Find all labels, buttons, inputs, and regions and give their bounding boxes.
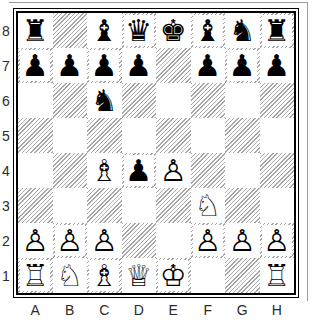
square-b7[interactable]: ♟ [53, 48, 88, 83]
square-f8[interactable]: ♝ [191, 13, 226, 48]
piece-black-rook: ♜ [20, 15, 50, 46]
square-c5[interactable] [87, 118, 122, 153]
square-d7[interactable]: ♟ [122, 48, 157, 83]
piece-white-bishop: ♗ [89, 260, 119, 291]
piece-black-pawn: ♟ [20, 50, 50, 81]
piece-white-king: ♔ [158, 260, 188, 291]
board-inner-border: ♜♝♛♚♝♞♜♟♟♟♟♟♟♟♞♗♟♙♘♙♙♙♙♙♙♖♘♗♕♔♖ [16, 11, 296, 295]
square-e7[interactable] [156, 48, 191, 83]
chess-diagram: 87654321 ♜♝♛♚♝♞♜♟♟♟♟♟♟♟♞♗♟♙♘♙♙♙♙♙♙♖♘♗♕♔♖… [0, 0, 314, 320]
piece-white-knight: ♘ [193, 190, 223, 221]
square-c2[interactable]: ♙ [87, 223, 122, 258]
square-g7[interactable]: ♟ [225, 48, 260, 83]
square-g2[interactable]: ♙ [225, 223, 260, 258]
file-label-e: E [156, 301, 191, 319]
piece-white-pawn: ♙ [262, 225, 292, 256]
square-b1[interactable]: ♘ [53, 258, 88, 293]
square-e2[interactable] [156, 223, 191, 258]
file-labels: ABCDEFGH [18, 301, 294, 319]
piece-black-pawn: ♟ [193, 50, 223, 81]
rank-label-5: 5 [0, 118, 12, 153]
piece-white-queen: ♕ [124, 260, 154, 291]
piece-black-pawn: ♟ [124, 155, 154, 186]
square-f5[interactable] [191, 118, 226, 153]
square-b6[interactable] [53, 83, 88, 118]
piece-black-pawn: ♟ [124, 50, 154, 81]
square-h5[interactable] [260, 118, 295, 153]
rank-label-6: 6 [0, 83, 12, 118]
rank-label-1: 1 [0, 258, 12, 293]
square-d4[interactable]: ♟ [122, 153, 157, 188]
square-a6[interactable] [18, 83, 53, 118]
board-grid: ♜♝♛♚♝♞♜♟♟♟♟♟♟♟♞♗♟♙♘♙♙♙♙♙♙♖♘♗♕♔♖ [18, 13, 294, 293]
rank-label-2: 2 [0, 223, 12, 258]
file-label-f: F [191, 301, 226, 319]
square-f4[interactable] [191, 153, 226, 188]
rank-label-8: 8 [0, 13, 12, 48]
square-h7[interactable]: ♟ [260, 48, 295, 83]
piece-black-rook: ♜ [262, 15, 292, 46]
square-d8[interactable]: ♛ [122, 13, 157, 48]
piece-black-pawn: ♟ [227, 50, 257, 81]
square-h8[interactable]: ♜ [260, 13, 295, 48]
piece-white-pawn: ♙ [158, 155, 188, 186]
square-h1[interactable]: ♖ [260, 258, 295, 293]
piece-white-bishop: ♗ [89, 155, 119, 186]
piece-white-rook: ♖ [20, 260, 50, 291]
square-a1[interactable]: ♖ [18, 258, 53, 293]
square-f6[interactable] [191, 83, 226, 118]
square-e6[interactable] [156, 83, 191, 118]
square-f3[interactable]: ♘ [191, 188, 226, 223]
piece-white-rook: ♖ [262, 260, 292, 291]
piece-black-king: ♚ [158, 15, 188, 46]
square-b4[interactable] [53, 153, 88, 188]
rank-labels: 87654321 [0, 13, 12, 293]
square-c8[interactable]: ♝ [87, 13, 122, 48]
square-e5[interactable] [156, 118, 191, 153]
square-h3[interactable] [260, 188, 295, 223]
piece-black-bishop: ♝ [193, 15, 223, 46]
square-d1[interactable]: ♕ [122, 258, 157, 293]
square-g3[interactable] [225, 188, 260, 223]
square-c3[interactable] [87, 188, 122, 223]
square-d2[interactable] [122, 223, 157, 258]
square-c6[interactable]: ♞ [87, 83, 122, 118]
board-frame: ♜♝♛♚♝♞♜♟♟♟♟♟♟♟♞♗♟♙♘♙♙♙♙♙♙♖♘♗♕♔♖ [13, 8, 299, 298]
square-b8[interactable] [53, 13, 88, 48]
rank-label-4: 4 [0, 153, 12, 188]
square-e1[interactable]: ♔ [156, 258, 191, 293]
piece-black-knight: ♞ [89, 85, 119, 116]
square-g1[interactable] [225, 258, 260, 293]
square-a8[interactable]: ♜ [18, 13, 53, 48]
square-e3[interactable] [156, 188, 191, 223]
square-a5[interactable] [18, 118, 53, 153]
square-d3[interactable] [122, 188, 157, 223]
square-f7[interactable]: ♟ [191, 48, 226, 83]
file-label-h: H [260, 301, 295, 319]
file-label-c: C [87, 301, 122, 319]
square-a7[interactable]: ♟ [18, 48, 53, 83]
square-g6[interactable] [225, 83, 260, 118]
piece-white-pawn: ♙ [193, 225, 223, 256]
square-h2[interactable]: ♙ [260, 223, 295, 258]
piece-white-pawn: ♙ [89, 225, 119, 256]
square-a2[interactable]: ♙ [18, 223, 53, 258]
square-h4[interactable] [260, 153, 295, 188]
square-f2[interactable]: ♙ [191, 223, 226, 258]
rank-label-7: 7 [0, 48, 12, 83]
rank-label-3: 3 [0, 188, 12, 223]
square-c4[interactable]: ♗ [87, 153, 122, 188]
square-b5[interactable] [53, 118, 88, 153]
file-label-g: G [225, 301, 260, 319]
piece-white-pawn: ♙ [20, 225, 50, 256]
piece-black-pawn: ♟ [262, 50, 292, 81]
piece-white-pawn: ♙ [55, 225, 85, 256]
square-b2[interactable]: ♙ [53, 223, 88, 258]
square-b3[interactable] [53, 188, 88, 223]
piece-black-pawn: ♟ [55, 50, 85, 81]
square-e4[interactable]: ♙ [156, 153, 191, 188]
square-a4[interactable] [18, 153, 53, 188]
piece-black-queen: ♛ [124, 15, 154, 46]
file-label-b: B [53, 301, 88, 319]
square-c7[interactable]: ♟ [87, 48, 122, 83]
square-d6[interactable] [122, 83, 157, 118]
file-label-d: D [122, 301, 157, 319]
square-e8[interactable]: ♚ [156, 13, 191, 48]
piece-black-knight: ♞ [227, 15, 257, 46]
piece-black-pawn: ♟ [89, 50, 119, 81]
square-c1[interactable]: ♗ [87, 258, 122, 293]
piece-white-pawn: ♙ [227, 225, 257, 256]
square-g5[interactable] [225, 118, 260, 153]
piece-black-bishop: ♝ [89, 15, 119, 46]
square-h6[interactable] [260, 83, 295, 118]
square-d5[interactable] [122, 118, 157, 153]
piece-white-knight: ♘ [55, 260, 85, 291]
file-label-a: A [18, 301, 53, 319]
square-f1[interactable] [191, 258, 226, 293]
square-a3[interactable] [18, 188, 53, 223]
square-g8[interactable]: ♞ [225, 13, 260, 48]
square-g4[interactable] [225, 153, 260, 188]
